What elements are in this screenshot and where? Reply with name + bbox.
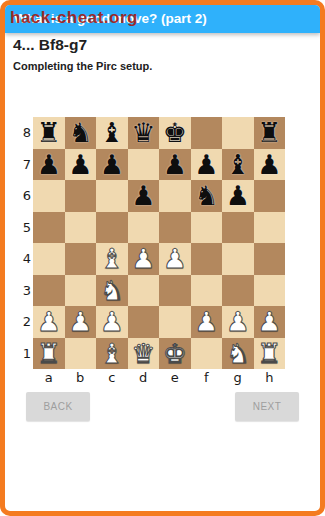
square-f8[interactable] bbox=[191, 117, 223, 149]
square-h7[interactable]: ♟ bbox=[254, 149, 286, 181]
square-h2[interactable]: ♟ bbox=[254, 306, 286, 338]
square-e4[interactable]: ♟ bbox=[159, 243, 191, 275]
square-a6[interactable] bbox=[33, 180, 65, 212]
square-f2[interactable]: ♟ bbox=[191, 306, 223, 338]
piece-white-pawn-e4: ♟ bbox=[159, 243, 191, 275]
rank-label-7: 7 bbox=[13, 149, 31, 181]
file-labels: abcdefgh bbox=[33, 370, 285, 388]
file-label-h: h bbox=[254, 370, 286, 388]
square-d2[interactable] bbox=[128, 306, 160, 338]
square-b4[interactable] bbox=[65, 243, 97, 275]
piece-black-bishop-g7: ♝ bbox=[222, 149, 254, 181]
square-f7[interactable]: ♟ bbox=[191, 149, 223, 181]
square-d3[interactable] bbox=[128, 275, 160, 307]
square-c2[interactable]: ♟ bbox=[96, 306, 128, 338]
square-d4[interactable]: ♟ bbox=[128, 243, 160, 275]
square-g1[interactable]: ♞ bbox=[222, 338, 254, 370]
piece-black-knight-f6: ♞ bbox=[191, 180, 223, 212]
square-a7[interactable]: ♟ bbox=[33, 149, 65, 181]
square-g7[interactable]: ♝ bbox=[222, 149, 254, 181]
square-g8[interactable] bbox=[222, 117, 254, 149]
square-b6[interactable] bbox=[65, 180, 97, 212]
square-e3[interactable] bbox=[159, 275, 191, 307]
square-h4[interactable] bbox=[254, 243, 286, 275]
piece-black-pawn-d6: ♟ bbox=[128, 180, 160, 212]
square-h6[interactable] bbox=[254, 180, 286, 212]
piece-white-pawn-b2: ♟ bbox=[65, 306, 97, 338]
rank-label-6: 6 bbox=[13, 180, 31, 212]
square-c5[interactable] bbox=[96, 212, 128, 244]
piece-white-pawn-f2: ♟ bbox=[191, 306, 223, 338]
piece-black-pawn-c7: ♟ bbox=[96, 149, 128, 181]
piece-white-pawn-a2: ♟ bbox=[33, 306, 65, 338]
piece-black-pawn-a7: ♟ bbox=[33, 149, 65, 181]
chess-board: ♜♞♝♛♚♜♟♟♟♟♟♝♟♟♞♟♝♟♟♞♟♟♟♟♟♟♜♝♛♚♞♜ bbox=[33, 117, 285, 369]
file-label-d: d bbox=[128, 370, 160, 388]
square-a1[interactable]: ♜ bbox=[33, 338, 65, 370]
piece-black-pawn-h7: ♟ bbox=[254, 149, 286, 181]
piece-white-pawn-g2: ♟ bbox=[222, 306, 254, 338]
piece-white-bishop-c1: ♝ bbox=[96, 338, 128, 370]
rank-label-4: 4 bbox=[13, 243, 31, 275]
piece-black-rook-a8: ♜ bbox=[33, 117, 65, 149]
file-label-b: b bbox=[65, 370, 97, 388]
square-g4[interactable] bbox=[222, 243, 254, 275]
piece-white-rook-a1: ♜ bbox=[33, 338, 65, 370]
next-button[interactable]: NEXT bbox=[235, 392, 299, 421]
file-label-c: c bbox=[96, 370, 128, 388]
square-a8[interactable]: ♜ bbox=[33, 117, 65, 149]
square-b7[interactable]: ♟ bbox=[65, 149, 97, 181]
square-e5[interactable] bbox=[159, 212, 191, 244]
piece-white-rook-h1: ♜ bbox=[254, 338, 286, 370]
file-label-a: a bbox=[33, 370, 65, 388]
square-e6[interactable] bbox=[159, 180, 191, 212]
square-b5[interactable] bbox=[65, 212, 97, 244]
piece-black-pawn-b7: ♟ bbox=[65, 149, 97, 181]
square-h5[interactable] bbox=[254, 212, 286, 244]
square-g3[interactable] bbox=[222, 275, 254, 307]
piece-black-pawn-f7: ♟ bbox=[191, 149, 223, 181]
square-c4[interactable]: ♝ bbox=[96, 243, 128, 275]
square-c1[interactable]: ♝ bbox=[96, 338, 128, 370]
rank-label-2: 2 bbox=[13, 306, 31, 338]
square-e8[interactable]: ♚ bbox=[159, 117, 191, 149]
square-d6[interactable]: ♟ bbox=[128, 180, 160, 212]
square-b1[interactable] bbox=[65, 338, 97, 370]
move-title: 4... Bf8-g7 bbox=[13, 36, 87, 54]
move-description: Completing the Pirc setup. bbox=[13, 60, 152, 72]
square-f1[interactable] bbox=[191, 338, 223, 370]
piece-black-knight-b8: ♞ bbox=[65, 117, 97, 149]
square-a3[interactable] bbox=[33, 275, 65, 307]
square-a2[interactable]: ♟ bbox=[33, 306, 65, 338]
file-label-e: e bbox=[159, 370, 191, 388]
square-g2[interactable]: ♟ bbox=[222, 306, 254, 338]
piece-black-rook-h8: ♜ bbox=[254, 117, 286, 149]
piece-black-bishop-c8: ♝ bbox=[96, 117, 128, 149]
square-a4[interactable] bbox=[33, 243, 65, 275]
square-d8[interactable]: ♛ bbox=[128, 117, 160, 149]
piece-white-pawn-d4: ♟ bbox=[128, 243, 160, 275]
back-button[interactable]: BACK bbox=[26, 392, 90, 421]
piece-white-pawn-h2: ♟ bbox=[254, 306, 286, 338]
watermark-text: hack-cheat.org bbox=[10, 8, 138, 28]
square-b3[interactable] bbox=[65, 275, 97, 307]
piece-black-pawn-g6: ♟ bbox=[222, 180, 254, 212]
square-e1[interactable]: ♚ bbox=[159, 338, 191, 370]
square-f5[interactable] bbox=[191, 212, 223, 244]
square-d7[interactable] bbox=[128, 149, 160, 181]
square-d1[interactable]: ♛ bbox=[128, 338, 160, 370]
piece-black-queen-d8: ♛ bbox=[128, 117, 160, 149]
file-label-f: f bbox=[191, 370, 223, 388]
piece-white-pawn-c2: ♟ bbox=[96, 306, 128, 338]
square-c3[interactable]: ♞ bbox=[96, 275, 128, 307]
piece-black-pawn-e7: ♟ bbox=[159, 149, 191, 181]
square-g5[interactable] bbox=[222, 212, 254, 244]
rank-label-8: 8 bbox=[13, 117, 31, 149]
square-e7[interactable]: ♟ bbox=[159, 149, 191, 181]
piece-white-knight-c3: ♞ bbox=[96, 275, 128, 307]
rank-label-1: 1 bbox=[13, 338, 31, 370]
square-g6[interactable]: ♟ bbox=[222, 180, 254, 212]
square-f3[interactable] bbox=[191, 275, 223, 307]
square-f4[interactable] bbox=[191, 243, 223, 275]
square-c8[interactable]: ♝ bbox=[96, 117, 128, 149]
piece-white-bishop-c4: ♝ bbox=[96, 243, 128, 275]
rank-label-3: 3 bbox=[13, 275, 31, 307]
square-d5[interactable] bbox=[128, 212, 160, 244]
square-h1[interactable]: ♜ bbox=[254, 338, 286, 370]
square-h8[interactable]: ♜ bbox=[254, 117, 286, 149]
square-c7[interactable]: ♟ bbox=[96, 149, 128, 181]
app-window: What is a good move? (part 2) hack-cheat… bbox=[0, 0, 325, 516]
square-e2[interactable] bbox=[159, 306, 191, 338]
piece-white-queen-d1: ♛ bbox=[128, 338, 160, 370]
square-h3[interactable] bbox=[254, 275, 286, 307]
rank-labels: 87654321 bbox=[13, 117, 31, 369]
rank-label-5: 5 bbox=[13, 212, 31, 244]
square-a5[interactable] bbox=[33, 212, 65, 244]
square-f6[interactable]: ♞ bbox=[191, 180, 223, 212]
square-b2[interactable]: ♟ bbox=[65, 306, 97, 338]
file-label-g: g bbox=[222, 370, 254, 388]
piece-white-knight-g1: ♞ bbox=[222, 338, 254, 370]
square-c6[interactable] bbox=[96, 180, 128, 212]
piece-white-king-e1: ♚ bbox=[159, 338, 191, 370]
piece-black-king-e8: ♚ bbox=[159, 117, 191, 149]
square-b8[interactable]: ♞ bbox=[65, 117, 97, 149]
